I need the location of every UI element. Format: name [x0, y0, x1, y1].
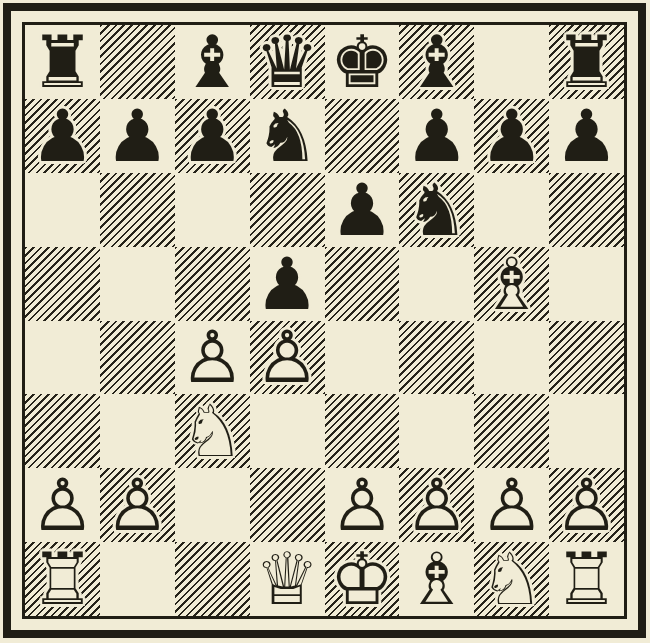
- piece-black-bishop[interactable]: ♝: [405, 26, 470, 98]
- square-d7[interactable]: ♞: [250, 99, 325, 173]
- square-e3[interactable]: [325, 394, 400, 468]
- piece-ink-outline: ♙: [479, 468, 544, 542]
- piece-white-rook[interactable]: ♜♖: [554, 543, 619, 615]
- square-b1[interactable]: [100, 542, 175, 616]
- piece-black-knight[interactable]: ♞: [405, 174, 470, 246]
- piece-black-pawn[interactable]: ♟: [554, 100, 619, 172]
- square-d6[interactable]: [250, 173, 325, 247]
- square-f7[interactable]: ♟: [399, 99, 474, 173]
- square-e2[interactable]: ♟♙: [325, 468, 400, 542]
- square-g5[interactable]: ♝♗: [474, 247, 549, 321]
- square-e1[interactable]: ♚♔: [325, 542, 400, 616]
- piece-white-pawn[interactable]: ♟♙: [479, 469, 544, 541]
- piece-black-pawn[interactable]: ♟: [405, 100, 470, 172]
- square-g8[interactable]: [474, 25, 549, 99]
- piece-black-queen[interactable]: ♛: [255, 26, 320, 98]
- piece-white-pawn[interactable]: ♟♙: [105, 469, 170, 541]
- square-a6[interactable]: [25, 173, 100, 247]
- square-g1[interactable]: ♞♘: [474, 542, 549, 616]
- square-g6[interactable]: [474, 173, 549, 247]
- board-inner-frame: ♜♝♛♚♝♜♟♟♟♞♟♟♟♟♞♟♝♗♟♙♟♙♞♘♟♙♟♙♟♙♟♙♟♙♟♙♜♖♛♕…: [22, 22, 627, 619]
- square-f1[interactable]: ♝♗: [399, 542, 474, 616]
- square-d4[interactable]: ♟♙: [250, 321, 325, 395]
- piece-white-bishop[interactable]: ♝♗: [479, 248, 544, 320]
- square-b6[interactable]: [100, 173, 175, 247]
- square-h7[interactable]: ♟: [549, 99, 624, 173]
- square-h4[interactable]: [549, 321, 624, 395]
- piece-ink-outline: ♗: [405, 542, 470, 616]
- piece-black-rook[interactable]: ♜: [554, 26, 619, 98]
- piece-white-pawn[interactable]: ♟♙: [405, 469, 470, 541]
- piece-white-knight[interactable]: ♞♘: [479, 543, 544, 615]
- piece-ink-outline: ♙: [405, 468, 470, 542]
- piece-ink-outline: ♕: [255, 542, 320, 616]
- square-d8[interactable]: ♛: [250, 25, 325, 99]
- piece-black-pawn[interactable]: ♟: [255, 248, 320, 320]
- square-d5[interactable]: ♟: [250, 247, 325, 321]
- piece-white-pawn[interactable]: ♟♙: [255, 321, 320, 393]
- square-h8[interactable]: ♜: [549, 25, 624, 99]
- square-c8[interactable]: ♝: [175, 25, 250, 99]
- piece-white-king[interactable]: ♚♔: [330, 543, 395, 615]
- square-b3[interactable]: [100, 394, 175, 468]
- piece-ink-outline: ♙: [255, 321, 320, 395]
- square-b7[interactable]: ♟: [100, 99, 175, 173]
- piece-white-pawn[interactable]: ♟♙: [330, 469, 395, 541]
- piece-black-pawn[interactable]: ♟: [479, 100, 544, 172]
- square-b5[interactable]: [100, 247, 175, 321]
- square-e8[interactable]: ♚: [325, 25, 400, 99]
- square-f2[interactable]: ♟♙: [399, 468, 474, 542]
- piece-black-bishop[interactable]: ♝: [180, 26, 245, 98]
- piece-ink-outline: ♗: [479, 247, 544, 321]
- piece-ink-outline: ♖: [30, 542, 95, 616]
- square-b2[interactable]: ♟♙: [100, 468, 175, 542]
- square-f4[interactable]: [399, 321, 474, 395]
- square-h5[interactable]: [549, 247, 624, 321]
- piece-ink-outline: ♙: [105, 468, 170, 542]
- piece-black-rook[interactable]: ♜: [30, 26, 95, 98]
- piece-white-queen[interactable]: ♛♕: [255, 543, 320, 615]
- piece-ink-outline: ♔: [330, 542, 395, 616]
- piece-ink-outline: ♙: [180, 321, 245, 395]
- piece-ink-outline: ♙: [330, 468, 395, 542]
- square-g2[interactable]: ♟♙: [474, 468, 549, 542]
- piece-white-pawn[interactable]: ♟♙: [30, 469, 95, 541]
- square-a1[interactable]: ♜♖: [25, 542, 100, 616]
- piece-white-rook[interactable]: ♜♖: [30, 543, 95, 615]
- piece-white-bishop[interactable]: ♝♗: [405, 543, 470, 615]
- piece-white-knight[interactable]: ♞♘: [180, 395, 245, 467]
- square-a5[interactable]: [25, 247, 100, 321]
- piece-black-king[interactable]: ♚: [330, 26, 395, 98]
- chess-board: ♜♝♛♚♝♜♟♟♟♞♟♟♟♟♞♟♝♗♟♙♟♙♞♘♟♙♟♙♟♙♟♙♟♙♟♙♜♖♛♕…: [25, 25, 624, 616]
- square-h6[interactable]: [549, 173, 624, 247]
- diagram-page: ♜♝♛♚♝♜♟♟♟♞♟♟♟♟♞♟♝♗♟♙♟♙♞♘♟♙♟♙♟♙♟♙♟♙♟♙♜♖♛♕…: [0, 0, 650, 643]
- square-a2[interactable]: ♟♙: [25, 468, 100, 542]
- board-outer-frame: ♜♝♛♚♝♜♟♟♟♞♟♟♟♟♞♟♝♗♟♙♟♙♞♘♟♙♟♙♟♙♟♙♟♙♟♙♜♖♛♕…: [3, 3, 646, 638]
- square-e4[interactable]: [325, 321, 400, 395]
- square-f5[interactable]: [399, 247, 474, 321]
- square-h2[interactable]: ♟♙: [549, 468, 624, 542]
- square-e6[interactable]: ♟: [325, 173, 400, 247]
- square-d2[interactable]: [250, 468, 325, 542]
- square-f8[interactable]: ♝: [399, 25, 474, 99]
- square-g3[interactable]: [474, 394, 549, 468]
- piece-ink-outline: ♘: [479, 542, 544, 616]
- piece-black-pawn[interactable]: ♟: [180, 100, 245, 172]
- square-a4[interactable]: [25, 321, 100, 395]
- square-c4[interactable]: ♟♙: [175, 321, 250, 395]
- square-d1[interactable]: ♛♕: [250, 542, 325, 616]
- piece-white-pawn[interactable]: ♟♙: [180, 321, 245, 393]
- piece-ink-outline: ♘: [180, 394, 245, 468]
- square-c1[interactable]: [175, 542, 250, 616]
- piece-black-pawn[interactable]: ♟: [105, 100, 170, 172]
- square-c7[interactable]: ♟: [175, 99, 250, 173]
- piece-ink-outline: ♙: [30, 468, 95, 542]
- square-a3[interactable]: [25, 394, 100, 468]
- square-c3[interactable]: ♞♘: [175, 394, 250, 468]
- square-b8[interactable]: [100, 25, 175, 99]
- square-e7[interactable]: [325, 99, 400, 173]
- piece-ink-outline: ♙: [554, 468, 619, 542]
- square-h1[interactable]: ♜♖: [549, 542, 624, 616]
- square-f6[interactable]: ♞: [399, 173, 474, 247]
- square-g4[interactable]: [474, 321, 549, 395]
- square-b4[interactable]: [100, 321, 175, 395]
- piece-white-pawn[interactable]: ♟♙: [554, 469, 619, 541]
- square-c2[interactable]: [175, 468, 250, 542]
- square-c6[interactable]: [175, 173, 250, 247]
- piece-black-pawn[interactable]: ♟: [330, 174, 395, 246]
- square-a8[interactable]: ♜: [25, 25, 100, 99]
- piece-black-knight[interactable]: ♞: [255, 100, 320, 172]
- square-h3[interactable]: [549, 394, 624, 468]
- square-a7[interactable]: ♟: [25, 99, 100, 173]
- piece-black-pawn[interactable]: ♟: [30, 100, 95, 172]
- square-f3[interactable]: [399, 394, 474, 468]
- piece-ink-outline: ♖: [554, 542, 619, 616]
- square-c5[interactable]: [175, 247, 250, 321]
- square-e5[interactable]: [325, 247, 400, 321]
- square-g7[interactable]: ♟: [474, 99, 549, 173]
- square-d3[interactable]: [250, 394, 325, 468]
